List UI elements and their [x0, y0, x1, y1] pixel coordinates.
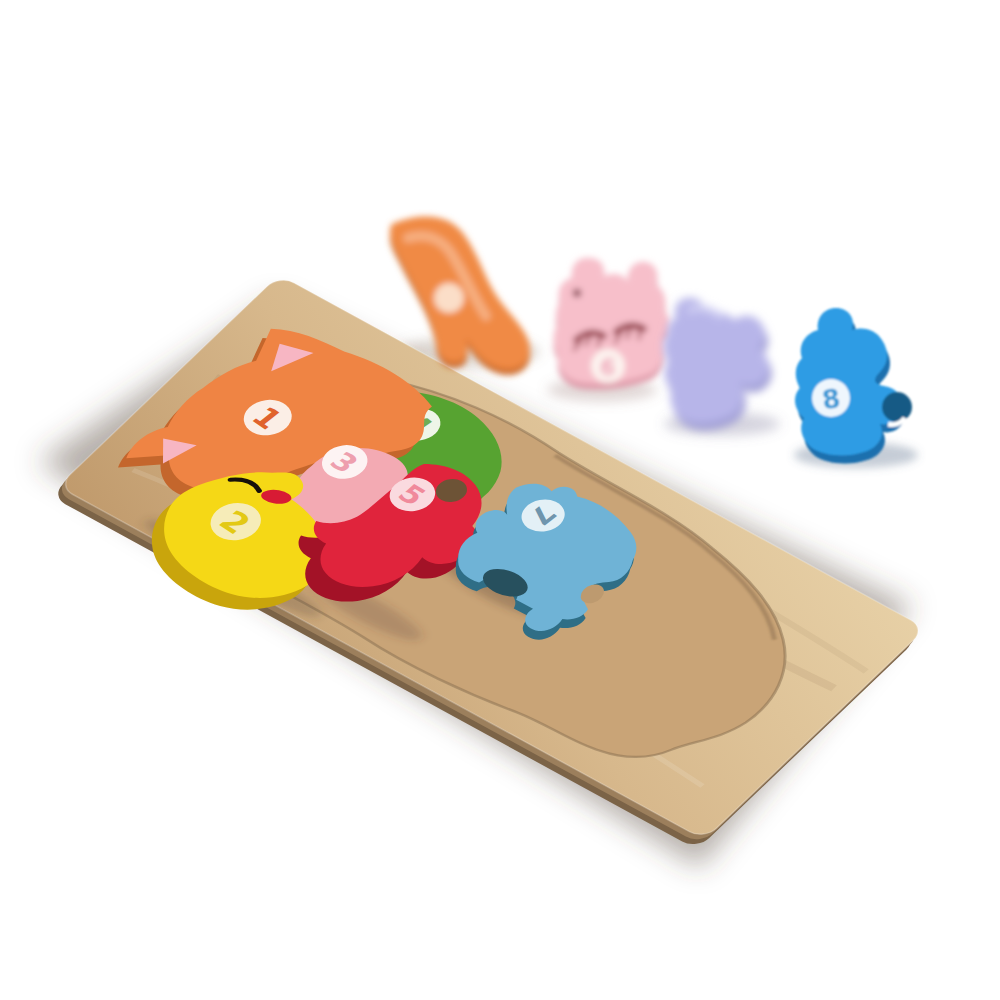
piece-8-top [795, 308, 902, 455]
piece-6-nose-icon [573, 289, 581, 297]
puzzle-photo-svg: 4 1 3 2 [0, 0, 1000, 1000]
piece-lavender[interactable] [664, 298, 772, 430]
puzzle-photo: 4 1 3 2 [0, 0, 1000, 1000]
piece-8[interactable]: 8 [795, 308, 912, 463]
piece-tail-badge [434, 283, 464, 313]
piece-6[interactable]: 6 [554, 258, 671, 390]
piece-8-notch-hole [882, 392, 912, 422]
